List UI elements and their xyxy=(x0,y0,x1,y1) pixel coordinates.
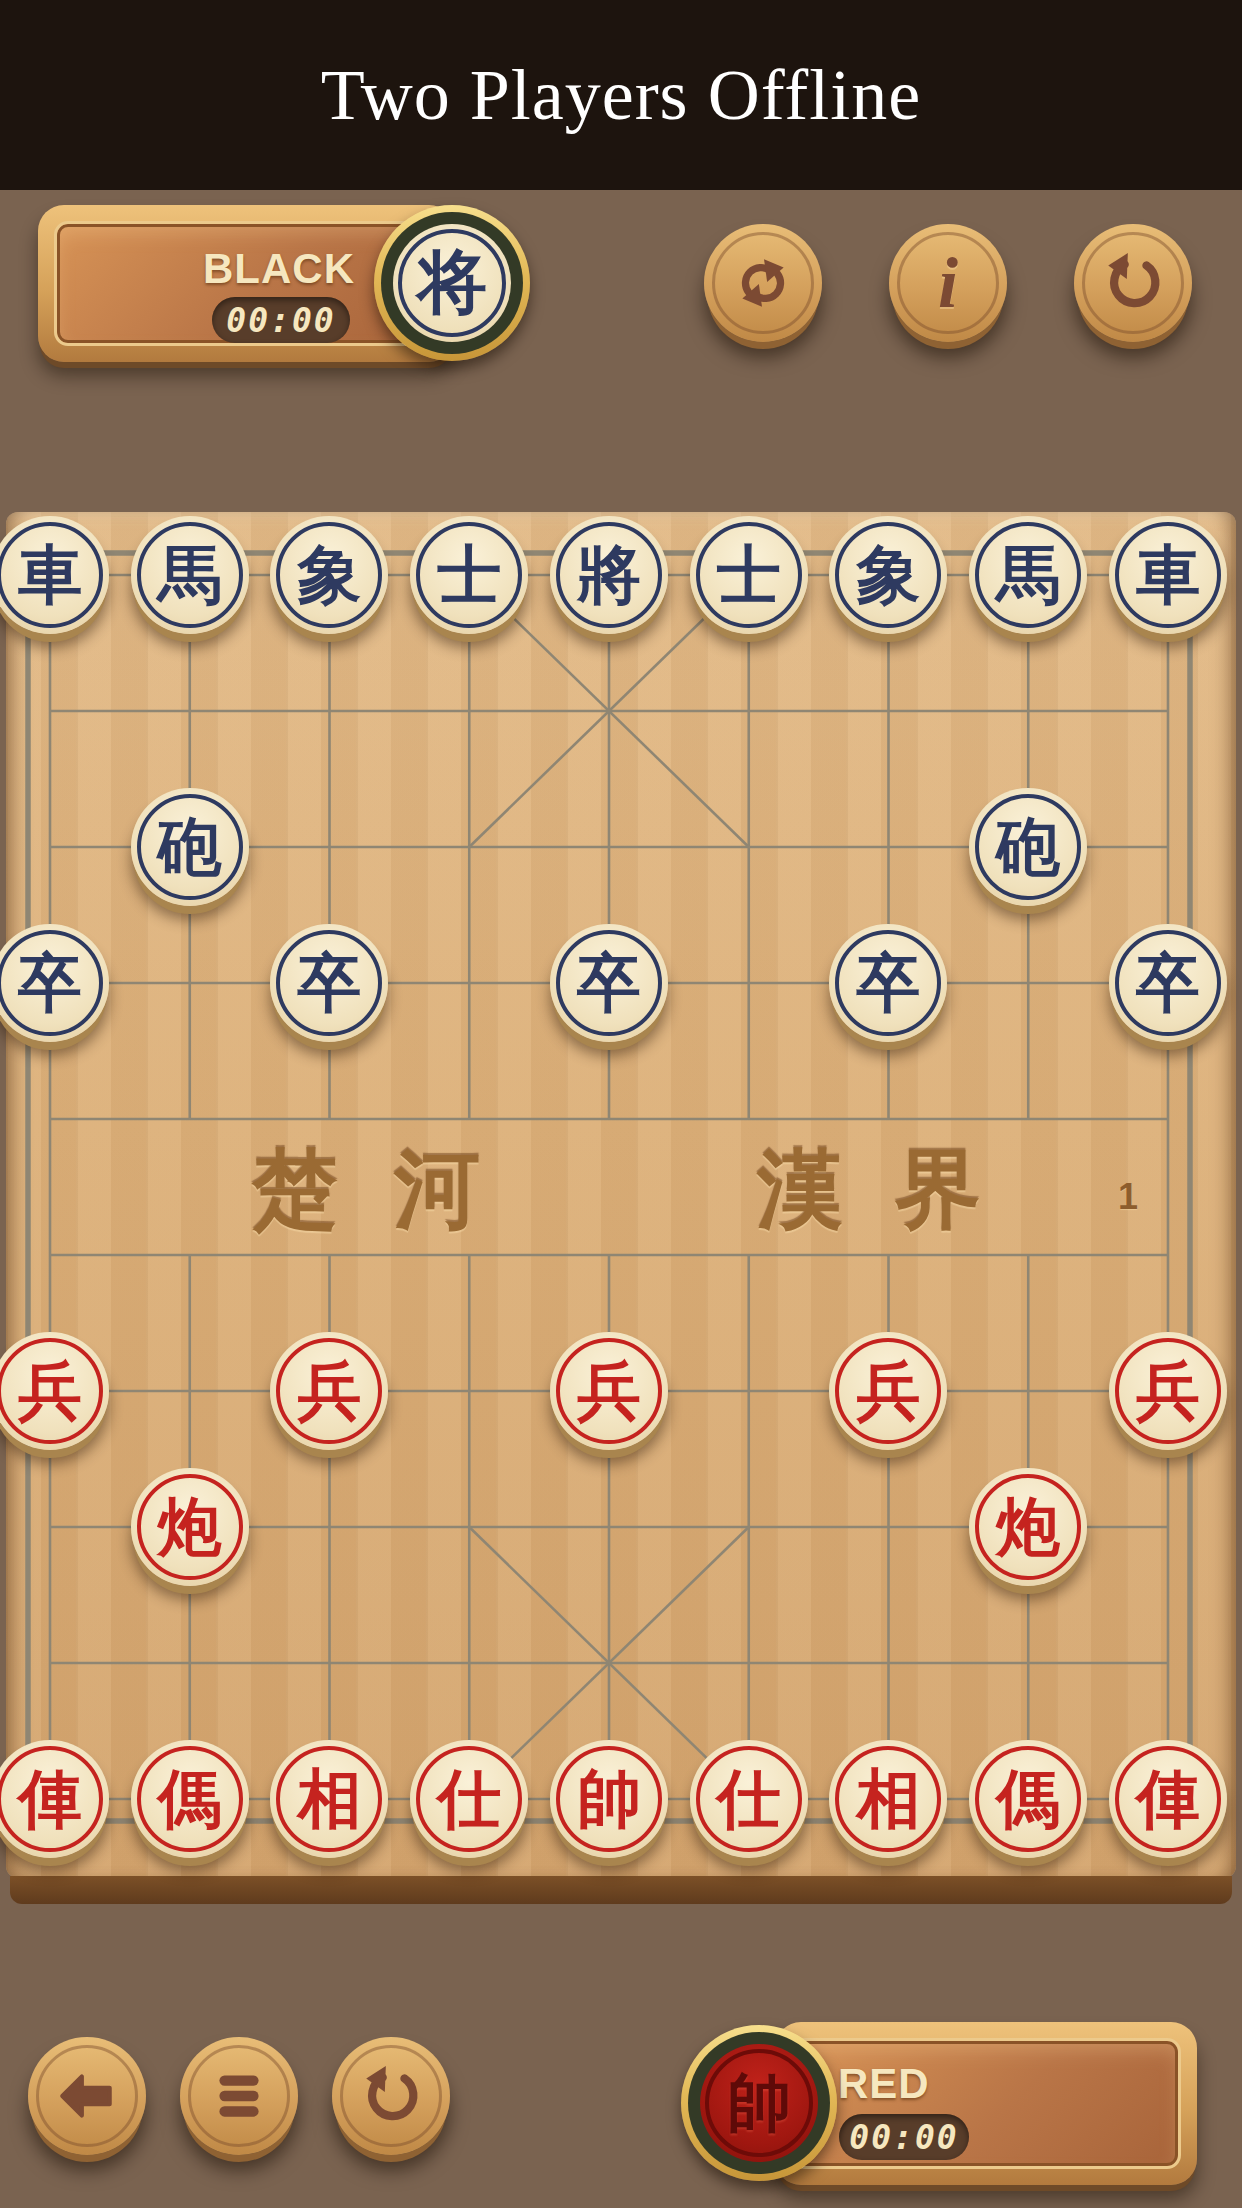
board-cell[interactable] xyxy=(679,779,819,915)
piece-red-cannon[interactable]: 炮 xyxy=(131,1468,249,1586)
board-cell[interactable] xyxy=(399,1187,539,1323)
undo-icon xyxy=(1100,250,1166,316)
piece-black-soldier[interactable]: 卒 xyxy=(829,924,947,1042)
piece-red-soldier[interactable]: 兵 xyxy=(1109,1332,1227,1450)
board-cell[interactable] xyxy=(1098,1051,1238,1187)
red-side-badge: 帥 xyxy=(681,2025,837,2181)
restart-icon xyxy=(358,2063,424,2129)
piece-black-horse[interactable]: 馬 xyxy=(131,516,249,634)
board-cell[interactable]: 馬 xyxy=(120,507,260,643)
piece-red-elephant[interactable]: 相 xyxy=(270,1740,388,1858)
piece-red-general[interactable]: 帥 xyxy=(550,1740,668,1858)
board-cell[interactable] xyxy=(679,915,819,1051)
board-cell[interactable] xyxy=(120,1187,260,1323)
board-cell[interactable]: 象 xyxy=(260,507,400,643)
board-cell[interactable]: 相 xyxy=(819,1731,959,1867)
board-cell[interactable] xyxy=(679,1187,819,1323)
piece-red-soldier[interactable]: 兵 xyxy=(829,1332,947,1450)
board-cell[interactable] xyxy=(539,1595,679,1731)
restart-button[interactable] xyxy=(332,2037,450,2155)
board-cell[interactable] xyxy=(958,1595,1098,1731)
piece-black-advisor[interactable]: 士 xyxy=(690,516,808,634)
board-cell[interactable]: 卒 xyxy=(1098,915,1238,1051)
board-cell[interactable]: 帥 xyxy=(539,1731,679,1867)
back-arrow-icon xyxy=(54,2063,120,2129)
board-cell[interactable] xyxy=(1098,643,1238,779)
red-player-label: RED xyxy=(838,2060,930,2108)
board-cell[interactable]: 傌 xyxy=(958,1731,1098,1867)
board-cell[interactable] xyxy=(120,1595,260,1731)
board-cell[interactable]: 炮 xyxy=(958,1459,1098,1595)
piece-black-horse[interactable]: 馬 xyxy=(969,516,1087,634)
board-cell[interactable] xyxy=(120,1051,260,1187)
board-cell[interactable] xyxy=(679,1459,819,1595)
board-cell[interactable] xyxy=(0,779,120,915)
board-cell[interactable] xyxy=(0,1459,120,1595)
board-cell[interactable] xyxy=(539,1459,679,1595)
board-cell[interactable] xyxy=(260,1595,400,1731)
board-cell[interactable] xyxy=(260,643,400,779)
board-cell[interactable]: 兵 xyxy=(0,1323,120,1459)
board-cell[interactable] xyxy=(260,1187,400,1323)
board-cell[interactable]: 象 xyxy=(819,507,959,643)
board-cell[interactable]: 兵 xyxy=(819,1323,959,1459)
piece-black-elephant[interactable]: 象 xyxy=(829,516,947,634)
piece-black-advisor[interactable]: 士 xyxy=(410,516,528,634)
board-cell[interactable] xyxy=(0,643,120,779)
piece-red-soldier[interactable]: 兵 xyxy=(270,1332,388,1450)
board-cell[interactable] xyxy=(539,779,679,915)
board-cell[interactable] xyxy=(0,1051,120,1187)
board-cell[interactable] xyxy=(958,915,1098,1051)
piece-red-horse[interactable]: 傌 xyxy=(131,1740,249,1858)
board-cell[interactable] xyxy=(958,643,1098,779)
undo-button[interactable] xyxy=(1074,224,1192,342)
board-cell[interactable] xyxy=(399,779,539,915)
piece-black-general[interactable]: 將 xyxy=(550,516,668,634)
board-cell[interactable] xyxy=(120,643,260,779)
board-cell[interactable] xyxy=(819,1187,959,1323)
piece-black-chariot[interactable]: 車 xyxy=(0,516,109,634)
info-button[interactable]: i xyxy=(889,224,1007,342)
board-cell[interactable]: 士 xyxy=(679,507,819,643)
board-cell[interactable] xyxy=(399,1051,539,1187)
board-cell[interactable] xyxy=(1098,779,1238,915)
board-cell[interactable]: 卒 xyxy=(819,915,959,1051)
board-cell[interactable]: 卒 xyxy=(260,915,400,1051)
piece-red-chariot[interactable]: 俥 xyxy=(0,1740,109,1858)
board-cell[interactable]: 仕 xyxy=(399,1731,539,1867)
board-cell[interactable] xyxy=(0,1187,120,1323)
board-cell[interactable] xyxy=(819,779,959,915)
piece-red-horse[interactable]: 傌 xyxy=(969,1740,1087,1858)
board-cell[interactable] xyxy=(260,1051,400,1187)
board-cell[interactable] xyxy=(1098,1595,1238,1731)
menu-icon xyxy=(206,2063,272,2129)
piece-black-soldier[interactable]: 卒 xyxy=(0,924,109,1042)
info-icon: i xyxy=(938,247,958,319)
board-cell[interactable]: 俥 xyxy=(0,1731,120,1867)
piece-red-elephant[interactable]: 相 xyxy=(829,1740,947,1858)
board-cell[interactable] xyxy=(958,1051,1098,1187)
piece-black-cannon[interactable]: 砲 xyxy=(131,788,249,906)
black-side-badge: 将 xyxy=(374,205,530,361)
board-cell[interactable] xyxy=(260,1459,400,1595)
board-cell[interactable] xyxy=(1098,1459,1238,1595)
board-cell[interactable] xyxy=(679,1323,819,1459)
top-bar: Two Players Offline xyxy=(0,0,1242,190)
board-cell[interactable] xyxy=(819,643,959,779)
board-cell[interactable] xyxy=(539,1187,679,1323)
board-cell[interactable] xyxy=(539,1051,679,1187)
board-cell[interactable] xyxy=(679,1051,819,1187)
board-cell[interactable] xyxy=(120,915,260,1051)
piece-red-soldier[interactable]: 兵 xyxy=(550,1332,668,1450)
piece-red-advisor[interactable]: 仕 xyxy=(690,1740,808,1858)
board-cell[interactable] xyxy=(399,915,539,1051)
board-cell[interactable] xyxy=(819,1459,959,1595)
board-cell[interactable] xyxy=(120,1323,260,1459)
board-cell[interactable] xyxy=(679,1595,819,1731)
piece-black-cannon[interactable]: 砲 xyxy=(969,788,1087,906)
board-cell[interactable]: 俥 xyxy=(1098,1731,1238,1867)
piece-red-chariot[interactable]: 俥 xyxy=(1109,1740,1227,1858)
red-player-panel: RED 00:00 xyxy=(775,2022,1197,2185)
board-cell[interactable]: 傌 xyxy=(120,1731,260,1867)
piece-black-elephant[interactable]: 象 xyxy=(270,516,388,634)
piece-black-soldier[interactable]: 卒 xyxy=(270,924,388,1042)
red-timer: 00:00 xyxy=(839,2114,969,2160)
black-timer: 00:00 xyxy=(212,297,350,343)
board-cell[interactable]: 炮 xyxy=(120,1459,260,1595)
board-cell[interactable] xyxy=(1098,1187,1238,1323)
board-cell[interactable] xyxy=(819,1595,959,1731)
piece-red-advisor[interactable]: 仕 xyxy=(410,1740,528,1858)
board-intersections: 車馬象士將士象馬車砲砲卒卒卒卒卒兵兵兵兵兵炮炮俥傌相仕帥仕相傌俥 xyxy=(0,507,1238,1867)
page-title: Two Players Offline xyxy=(321,54,922,137)
board-cell[interactable] xyxy=(0,1595,120,1731)
board-cell[interactable] xyxy=(399,1595,539,1731)
swap-arrows-icon xyxy=(730,250,796,316)
board-cell[interactable] xyxy=(399,643,539,779)
board-cell[interactable]: 士 xyxy=(399,507,539,643)
board-cell[interactable]: 兵 xyxy=(539,1323,679,1459)
piece-black-chariot[interactable]: 車 xyxy=(1109,516,1227,634)
red-timer-value: 00:00 xyxy=(849,2118,958,2157)
board-cell[interactable]: 車 xyxy=(1098,507,1238,643)
board-cell[interactable] xyxy=(539,643,679,779)
board-cell[interactable]: 卒 xyxy=(0,915,120,1051)
board-cell[interactable]: 馬 xyxy=(958,507,1098,643)
board-cell[interactable]: 兵 xyxy=(1098,1323,1238,1459)
board-cell[interactable]: 兵 xyxy=(260,1323,400,1459)
board-cell[interactable] xyxy=(260,779,400,915)
board-cell[interactable] xyxy=(679,643,819,779)
piece-black-soldier[interactable]: 卒 xyxy=(1109,924,1227,1042)
swap-sides-button[interactable] xyxy=(704,224,822,342)
black-general-icon: 将 xyxy=(393,224,511,342)
board-cell[interactable]: 仕 xyxy=(679,1731,819,1867)
board-cell[interactable] xyxy=(819,1051,959,1187)
board-cell[interactable]: 相 xyxy=(260,1731,400,1867)
board-cell[interactable]: 砲 xyxy=(120,779,260,915)
board-cell[interactable]: 將 xyxy=(539,507,679,643)
board-cell[interactable]: 砲 xyxy=(958,779,1098,915)
board-cell[interactable] xyxy=(399,1323,539,1459)
board-cell[interactable] xyxy=(958,1323,1098,1459)
black-timer-value: 00:00 xyxy=(226,301,335,340)
menu-button[interactable] xyxy=(180,2037,298,2155)
piece-black-soldier[interactable]: 卒 xyxy=(550,924,668,1042)
board-cell[interactable] xyxy=(399,1459,539,1595)
red-general-icon: 帥 xyxy=(700,2044,818,2162)
board-cell[interactable]: 卒 xyxy=(539,915,679,1051)
black-player-label: BLACK xyxy=(203,245,355,293)
piece-red-cannon[interactable]: 炮 xyxy=(969,1468,1087,1586)
board-cell[interactable]: 車 xyxy=(0,507,120,643)
piece-red-soldier[interactable]: 兵 xyxy=(0,1332,109,1450)
board-cell[interactable] xyxy=(958,1187,1098,1323)
back-button[interactable] xyxy=(28,2037,146,2155)
